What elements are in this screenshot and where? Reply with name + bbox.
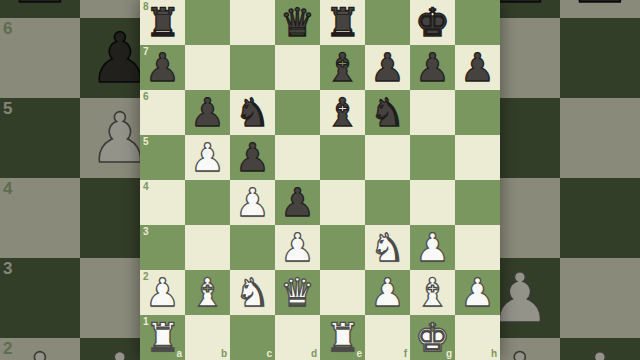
square-a5[interactable]: 5 — [140, 135, 185, 180]
file-label-c: c — [266, 349, 272, 359]
piece-white-bishop-g2[interactable]: ♝ — [415, 270, 450, 315]
square-d1[interactable]: d — [275, 315, 320, 360]
square-a4: 4 — [0, 178, 80, 258]
square-g3[interactable]: ♟ — [410, 225, 455, 270]
square-d7[interactable] — [275, 45, 320, 90]
square-a7[interactable]: 7♟ — [140, 45, 185, 90]
square-c6[interactable]: ♞ — [230, 90, 275, 135]
piece-white-queen-d2[interactable]: ♛ — [280, 270, 315, 315]
piece-black-queen-d8[interactable]: ♛ — [280, 0, 315, 45]
piece-black-bishop-e6[interactable]: ♝ — [325, 90, 360, 135]
piece-black-pawn-f7[interactable]: ♟ — [370, 45, 405, 90]
rank-label-2: 2 — [143, 272, 149, 282]
rank-label-8: 8 — [143, 2, 149, 12]
file-label-e: e — [356, 349, 362, 359]
file-label-a: a — [176, 349, 182, 359]
square-d6[interactable] — [275, 90, 320, 135]
square-a6[interactable]: 6 — [140, 90, 185, 135]
square-h8[interactable] — [455, 0, 500, 45]
piece-black-pawn-b6[interactable]: ♟ — [190, 90, 225, 135]
square-a3[interactable]: 3 — [140, 225, 185, 270]
rank-label-6: 6 — [3, 20, 12, 37]
square-e8[interactable]: ♜ — [320, 0, 365, 45]
square-h5 — [560, 98, 640, 178]
piece-white-pawn-a2: ♟ — [9, 338, 71, 360]
square-g6[interactable] — [410, 90, 455, 135]
file-label-b: b — [221, 349, 227, 359]
square-g4[interactable] — [410, 180, 455, 225]
rank-label-2: 2 — [3, 340, 12, 357]
piece-white-king-g1[interactable]: ♚ — [415, 315, 450, 360]
rank-label-3: 3 — [3, 260, 12, 277]
rank-label-4: 4 — [3, 180, 12, 197]
piece-black-rook-e8[interactable]: ♜ — [325, 0, 360, 45]
rank-label-1: 1 — [143, 317, 149, 327]
square-e4[interactable] — [320, 180, 365, 225]
rank-label-4: 4 — [143, 182, 149, 192]
piece-white-pawn-d3[interactable]: ♟ — [280, 225, 315, 270]
square-f7[interactable]: ♟ — [365, 45, 410, 90]
piece-white-rook-a1[interactable]: ♜ — [145, 315, 180, 360]
square-a2[interactable]: 2♟ — [140, 270, 185, 315]
piece-white-pawn-h2: ♟ — [569, 338, 631, 360]
square-a5: 5 — [0, 98, 80, 178]
square-f8[interactable] — [365, 0, 410, 45]
square-f4[interactable] — [365, 180, 410, 225]
square-a1[interactable]: 1a♜ — [140, 315, 185, 360]
square-g5[interactable] — [410, 135, 455, 180]
square-b2[interactable]: ♝ — [185, 270, 230, 315]
square-a3: 3 — [0, 258, 80, 338]
square-e3[interactable] — [320, 225, 365, 270]
square-h4[interactable] — [455, 180, 500, 225]
square-b3[interactable] — [185, 225, 230, 270]
rank-label-7: 7 — [143, 47, 149, 57]
square-b4[interactable] — [185, 180, 230, 225]
piece-white-bishop-b2[interactable]: ♝ — [190, 270, 225, 315]
square-f1[interactable]: f — [365, 315, 410, 360]
square-b5[interactable]: ♟ — [185, 135, 230, 180]
square-h6[interactable] — [455, 90, 500, 135]
square-h7: ♟ — [560, 0, 640, 18]
square-e7[interactable]: ♝ — [320, 45, 365, 90]
square-c7[interactable] — [230, 45, 275, 90]
piece-black-pawn-c5[interactable]: ♟ — [235, 135, 270, 180]
square-e1[interactable]: e♜ — [320, 315, 365, 360]
piece-black-pawn-a7[interactable]: ♟ — [145, 45, 180, 90]
square-a7: 7♟ — [0, 0, 80, 18]
piece-black-pawn-h7[interactable]: ♟ — [460, 45, 495, 90]
piece-black-pawn-d4[interactable]: ♟ — [280, 180, 315, 225]
piece-black-king-g8[interactable]: ♚ — [415, 0, 450, 45]
square-a4[interactable]: 4 — [140, 180, 185, 225]
piece-white-pawn-g3[interactable]: ♟ — [415, 225, 450, 270]
square-g2[interactable]: ♝ — [410, 270, 455, 315]
square-d3[interactable]: ♟ — [275, 225, 320, 270]
square-h2[interactable]: ♟ — [455, 270, 500, 315]
main-chess-board[interactable]: 8♜♛♜♚7♟♝♟♟♟6♟♞♝♞5♟♟4♟♟3♟♞♟2♟♝♞♛♟♝♟1a♜bcd… — [140, 0, 500, 360]
piece-white-pawn-b5[interactable]: ♟ — [190, 135, 225, 180]
square-d5[interactable] — [275, 135, 320, 180]
square-h5[interactable] — [455, 135, 500, 180]
square-c8[interactable] — [230, 0, 275, 45]
piece-white-pawn-h2[interactable]: ♟ — [460, 270, 495, 315]
piece-black-pawn-g7[interactable]: ♟ — [415, 45, 450, 90]
file-label-f: f — [404, 349, 407, 359]
square-d4[interactable]: ♟ — [275, 180, 320, 225]
square-c1[interactable]: c — [230, 315, 275, 360]
square-g8[interactable]: ♚ — [410, 0, 455, 45]
square-a2: 2♟ — [0, 338, 80, 360]
square-b8[interactable] — [185, 0, 230, 45]
piece-black-knight-c6[interactable]: ♞ — [235, 90, 270, 135]
square-g7[interactable]: ♟ — [410, 45, 455, 90]
square-h2: ♟ — [560, 338, 640, 360]
square-a6: 6 — [0, 18, 80, 98]
square-b7[interactable] — [185, 45, 230, 90]
square-f5[interactable] — [365, 135, 410, 180]
piece-white-knight-f3[interactable]: ♞ — [370, 225, 405, 270]
square-c3[interactable] — [230, 225, 275, 270]
piece-white-pawn-a2[interactable]: ♟ — [145, 270, 180, 315]
square-h3[interactable] — [455, 225, 500, 270]
piece-white-pawn-c4[interactable]: ♟ — [235, 180, 270, 225]
square-h6 — [560, 18, 640, 98]
piece-black-pawn-a7: ♟ — [9, 0, 71, 18]
rank-label-5: 5 — [3, 100, 12, 117]
square-d8[interactable]: ♛ — [275, 0, 320, 45]
square-f3[interactable]: ♞ — [365, 225, 410, 270]
square-h4 — [560, 178, 640, 258]
square-g1[interactable]: g♚ — [410, 315, 455, 360]
square-c2[interactable]: ♞ — [230, 270, 275, 315]
file-label-g: g — [446, 349, 452, 359]
square-e5[interactable] — [320, 135, 365, 180]
file-label-h: h — [491, 349, 497, 359]
piece-black-bishop-e7[interactable]: ♝ — [325, 45, 360, 90]
square-b1[interactable]: b — [185, 315, 230, 360]
square-c4[interactable]: ♟ — [230, 180, 275, 225]
piece-black-knight-f6[interactable]: ♞ — [370, 90, 405, 135]
rank-label-3: 3 — [143, 227, 149, 237]
square-c5[interactable]: ♟ — [230, 135, 275, 180]
square-b6[interactable]: ♟ — [185, 90, 230, 135]
rank-label-6: 6 — [143, 92, 149, 102]
piece-black-rook-a8[interactable]: ♜ — [145, 0, 180, 45]
square-d2[interactable]: ♛ — [275, 270, 320, 315]
square-a8[interactable]: 8♜ — [140, 0, 185, 45]
square-f2[interactable]: ♟ — [365, 270, 410, 315]
rank-label-5: 5 — [143, 137, 149, 147]
square-h1[interactable]: h — [455, 315, 500, 360]
piece-black-pawn-h7: ♟ — [569, 0, 631, 18]
square-f6[interactable]: ♞ — [365, 90, 410, 135]
piece-white-pawn-f2[interactable]: ♟ — [370, 270, 405, 315]
piece-white-knight-c2[interactable]: ♞ — [235, 270, 270, 315]
square-e6[interactable]: ♝ — [320, 90, 365, 135]
square-h7[interactable]: ♟ — [455, 45, 500, 90]
square-e2[interactable] — [320, 270, 365, 315]
screenshot-viewport: 8♜♛♜♚7♟♝♟♟♟6♟♞♝♞5♟♟4♟♟3♟♞♟2♟♝♞♛♟♝♟1a♜bcd… — [0, 0, 640, 360]
square-h3 — [560, 258, 640, 338]
file-label-d: d — [311, 349, 317, 359]
piece-white-rook-e1[interactable]: ♜ — [325, 315, 360, 360]
